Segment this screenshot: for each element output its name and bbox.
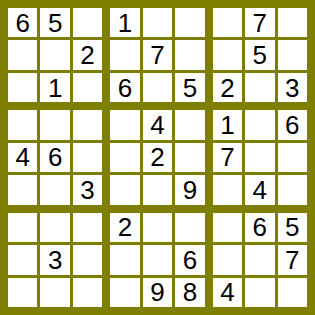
cell-r3c4[interactable]: 6 [110, 73, 139, 102]
cell-r2c5[interactable]: 7 [143, 40, 172, 69]
cell-r7c8[interactable]: 6 [245, 213, 274, 242]
cell-r7c1[interactable] [8, 213, 37, 242]
cell-r6c6[interactable]: 9 [175, 175, 204, 204]
sudoku-board: 6521176575234634291674326986574 [0, 0, 315, 315]
cell-r2c3[interactable]: 2 [73, 40, 102, 69]
cell-r9c8[interactable] [245, 278, 274, 307]
cell-r9c5[interactable]: 9 [143, 278, 172, 307]
cell-r7c9[interactable]: 5 [278, 213, 307, 242]
cell-r2c2[interactable] [40, 40, 69, 69]
cell-r7c4[interactable]: 2 [110, 213, 139, 242]
sudoku-box-2-1: 463 [8, 110, 102, 204]
cell-r3c3[interactable] [73, 73, 102, 102]
cell-r3c7[interactable]: 2 [213, 73, 242, 102]
cell-r4c4[interactable] [110, 110, 139, 139]
cell-r6c3[interactable]: 3 [73, 175, 102, 204]
cell-r5c2[interactable]: 6 [40, 143, 69, 172]
cell-r5c5[interactable]: 2 [143, 143, 172, 172]
cell-r6c1[interactable] [8, 175, 37, 204]
cell-r1c6[interactable] [175, 8, 204, 37]
cell-r8c3[interactable] [73, 245, 102, 274]
cell-r9c7[interactable]: 4 [213, 278, 242, 307]
cell-r3c1[interactable] [8, 73, 37, 102]
cell-r4c2[interactable] [40, 110, 69, 139]
cell-r3c5[interactable] [143, 73, 172, 102]
sudoku-box-1-2: 1765 [110, 8, 204, 102]
cell-r2c7[interactable] [213, 40, 242, 69]
cell-r9c6[interactable]: 8 [175, 278, 204, 307]
cell-r5c1[interactable]: 4 [8, 143, 37, 172]
cell-r5c9[interactable] [278, 143, 307, 172]
cell-r8c4[interactable] [110, 245, 139, 274]
cell-r3c2[interactable]: 1 [40, 73, 69, 102]
cell-r9c2[interactable] [40, 278, 69, 307]
cell-r9c3[interactable] [73, 278, 102, 307]
cell-r5c8[interactable] [245, 143, 274, 172]
sudoku-box-2-3: 1674 [213, 110, 307, 204]
cell-r6c9[interactable] [278, 175, 307, 204]
cell-r3c8[interactable] [245, 73, 274, 102]
sudoku-box-3-3: 6574 [213, 213, 307, 307]
cell-r4c9[interactable]: 6 [278, 110, 307, 139]
cell-r5c4[interactable] [110, 143, 139, 172]
cell-r7c3[interactable] [73, 213, 102, 242]
cell-r6c8[interactable]: 4 [245, 175, 274, 204]
cell-r1c1[interactable]: 6 [8, 8, 37, 37]
cell-r4c7[interactable]: 1 [213, 110, 242, 139]
cell-r6c4[interactable] [110, 175, 139, 204]
cell-r2c1[interactable] [8, 40, 37, 69]
cell-r3c9[interactable]: 3 [278, 73, 307, 102]
cell-r7c7[interactable] [213, 213, 242, 242]
cell-r8c6[interactable]: 6 [175, 245, 204, 274]
cell-r7c2[interactable] [40, 213, 69, 242]
cell-r5c7[interactable]: 7 [213, 143, 242, 172]
cell-r8c2[interactable]: 3 [40, 245, 69, 274]
sudoku-box-3-2: 2698 [110, 213, 204, 307]
cell-r7c6[interactable] [175, 213, 204, 242]
cell-r7c5[interactable] [143, 213, 172, 242]
cell-r9c1[interactable] [8, 278, 37, 307]
sudoku-box-2-2: 429 [110, 110, 204, 204]
cell-r6c2[interactable] [40, 175, 69, 204]
cell-r1c9[interactable] [278, 8, 307, 37]
cell-r4c5[interactable]: 4 [143, 110, 172, 139]
cell-r6c7[interactable] [213, 175, 242, 204]
cell-r1c2[interactable]: 5 [40, 8, 69, 37]
cell-r8c1[interactable] [8, 245, 37, 274]
cell-r4c1[interactable] [8, 110, 37, 139]
cell-r1c8[interactable]: 7 [245, 8, 274, 37]
cell-r4c6[interactable] [175, 110, 204, 139]
cell-r4c8[interactable] [245, 110, 274, 139]
cell-r2c6[interactable] [175, 40, 204, 69]
cell-r9c9[interactable] [278, 278, 307, 307]
cell-r3c6[interactable]: 5 [175, 73, 204, 102]
cell-r8c8[interactable] [245, 245, 274, 274]
cell-r6c5[interactable] [143, 175, 172, 204]
cell-r5c3[interactable] [73, 143, 102, 172]
cell-r4c3[interactable] [73, 110, 102, 139]
cell-r1c3[interactable] [73, 8, 102, 37]
cell-r1c5[interactable] [143, 8, 172, 37]
sudoku-box-3-1: 3 [8, 213, 102, 307]
cell-r5c6[interactable] [175, 143, 204, 172]
cell-r2c9[interactable] [278, 40, 307, 69]
cell-r2c4[interactable] [110, 40, 139, 69]
cell-r8c7[interactable] [213, 245, 242, 274]
cell-r1c7[interactable] [213, 8, 242, 37]
sudoku-box-1-1: 6521 [8, 8, 102, 102]
cell-r9c4[interactable] [110, 278, 139, 307]
cell-r1c4[interactable]: 1 [110, 8, 139, 37]
cell-r8c5[interactable] [143, 245, 172, 274]
cell-r8c9[interactable]: 7 [278, 245, 307, 274]
sudoku-box-1-3: 7523 [213, 8, 307, 102]
cell-r2c8[interactable]: 5 [245, 40, 274, 69]
